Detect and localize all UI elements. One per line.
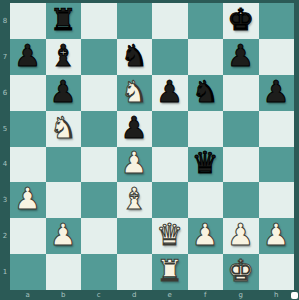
square-f5[interactable] bbox=[188, 111, 224, 147]
square-e5[interactable] bbox=[152, 111, 188, 147]
square-d1[interactable] bbox=[117, 254, 153, 290]
square-d2[interactable] bbox=[117, 218, 153, 254]
white-bishop-d3[interactable]: ♝ bbox=[121, 184, 148, 214]
square-g4[interactable] bbox=[223, 147, 259, 183]
rank-labels: 87654321 bbox=[0, 3, 10, 290]
square-b8[interactable]: ♜ bbox=[46, 3, 82, 39]
square-f4[interactable]: ♛ bbox=[188, 147, 224, 183]
square-h1[interactable] bbox=[259, 254, 295, 290]
square-b6[interactable]: ♟ bbox=[46, 75, 82, 111]
square-e1[interactable]: ♜ bbox=[152, 254, 188, 290]
rank-label-5: 5 bbox=[0, 111, 10, 147]
black-queen-f4[interactable]: ♛ bbox=[192, 148, 219, 178]
square-a8[interactable] bbox=[10, 3, 46, 39]
square-h3[interactable] bbox=[259, 182, 295, 218]
square-g3[interactable] bbox=[223, 182, 259, 218]
file-label-c: c bbox=[81, 290, 117, 300]
white-pawn-b2[interactable]: ♟ bbox=[50, 220, 77, 250]
square-a5[interactable] bbox=[10, 111, 46, 147]
white-knight-b5[interactable]: ♞ bbox=[50, 113, 77, 143]
square-a4[interactable] bbox=[10, 147, 46, 183]
square-g6[interactable] bbox=[223, 75, 259, 111]
chess-board[interactable]: ♜♚♟♝♞♟♟♞♟♞♟♞♟♟♛♟♝♟♛♟♟♟♜♚ bbox=[10, 3, 294, 290]
file-label-g: g bbox=[223, 290, 259, 300]
square-h6[interactable]: ♟ bbox=[259, 75, 295, 111]
square-d5[interactable]: ♟ bbox=[117, 111, 153, 147]
square-f2[interactable]: ♟ bbox=[188, 218, 224, 254]
square-c5[interactable] bbox=[81, 111, 117, 147]
square-c3[interactable] bbox=[81, 182, 117, 218]
white-pawn-g2[interactable]: ♟ bbox=[227, 220, 254, 250]
file-label-b: b bbox=[46, 290, 82, 300]
rank-label-2: 2 bbox=[0, 218, 10, 254]
square-c6[interactable] bbox=[81, 75, 117, 111]
rank-label-7: 7 bbox=[0, 39, 10, 75]
black-pawn-a7[interactable]: ♟ bbox=[14, 41, 41, 71]
square-e6[interactable]: ♟ bbox=[152, 75, 188, 111]
square-e3[interactable] bbox=[152, 182, 188, 218]
rank-label-4: 4 bbox=[0, 147, 10, 183]
square-a7[interactable]: ♟ bbox=[10, 39, 46, 75]
file-labels: abcdefgh bbox=[10, 290, 294, 300]
square-g8[interactable]: ♚ bbox=[223, 3, 259, 39]
white-pawn-d4[interactable]: ♟ bbox=[121, 148, 148, 178]
square-b5[interactable]: ♞ bbox=[46, 111, 82, 147]
white-knight-d6[interactable]: ♞ bbox=[121, 77, 148, 107]
square-e7[interactable] bbox=[152, 39, 188, 75]
black-rook-b8[interactable]: ♜ bbox=[50, 5, 77, 35]
square-b3[interactable] bbox=[46, 182, 82, 218]
square-f7[interactable] bbox=[188, 39, 224, 75]
square-b1[interactable] bbox=[46, 254, 82, 290]
square-g1[interactable]: ♚ bbox=[223, 254, 259, 290]
square-a3[interactable]: ♟ bbox=[10, 182, 46, 218]
file-label-e: e bbox=[152, 290, 188, 300]
square-c1[interactable] bbox=[81, 254, 117, 290]
square-a1[interactable] bbox=[10, 254, 46, 290]
square-b2[interactable]: ♟ bbox=[46, 218, 82, 254]
square-e2[interactable]: ♛ bbox=[152, 218, 188, 254]
white-rook-e1[interactable]: ♜ bbox=[156, 256, 183, 286]
white-queen-e2[interactable]: ♛ bbox=[156, 220, 183, 250]
square-h5[interactable] bbox=[259, 111, 295, 147]
square-b4[interactable] bbox=[46, 147, 82, 183]
square-g7[interactable]: ♟ bbox=[223, 39, 259, 75]
square-d3[interactable]: ♝ bbox=[117, 182, 153, 218]
file-label-d: d bbox=[117, 290, 153, 300]
square-c2[interactable] bbox=[81, 218, 117, 254]
black-pawn-e6[interactable]: ♟ bbox=[156, 77, 183, 107]
black-knight-d7[interactable]: ♞ bbox=[121, 41, 148, 71]
file-label-f: f bbox=[188, 290, 224, 300]
square-f3[interactable] bbox=[188, 182, 224, 218]
white-to-move-indicator bbox=[291, 292, 298, 299]
rank-label-3: 3 bbox=[0, 182, 10, 218]
white-pawn-f2[interactable]: ♟ bbox=[192, 220, 219, 250]
black-pawn-d5[interactable]: ♟ bbox=[121, 113, 148, 143]
square-f8[interactable] bbox=[188, 3, 224, 39]
white-pawn-h2[interactable]: ♟ bbox=[263, 220, 290, 250]
white-pawn-a3[interactable]: ♟ bbox=[14, 184, 41, 214]
black-pawn-g7[interactable]: ♟ bbox=[227, 41, 254, 71]
square-h2[interactable]: ♟ bbox=[259, 218, 295, 254]
square-b7[interactable]: ♝ bbox=[46, 39, 82, 75]
square-f6[interactable]: ♞ bbox=[188, 75, 224, 111]
square-h4[interactable] bbox=[259, 147, 295, 183]
square-e8[interactable] bbox=[152, 3, 188, 39]
rank-label-1: 1 bbox=[0, 254, 10, 290]
square-h8[interactable] bbox=[259, 3, 295, 39]
black-king-g8[interactable]: ♚ bbox=[227, 5, 254, 35]
square-a2[interactable] bbox=[10, 218, 46, 254]
square-c4[interactable] bbox=[81, 147, 117, 183]
square-c8[interactable] bbox=[81, 3, 117, 39]
square-f1[interactable] bbox=[188, 254, 224, 290]
black-pawn-b6[interactable]: ♟ bbox=[50, 77, 77, 107]
file-label-a: a bbox=[10, 290, 46, 300]
white-king-g1[interactable]: ♚ bbox=[227, 256, 254, 286]
rank-label-6: 6 bbox=[0, 75, 10, 111]
square-e4[interactable] bbox=[152, 147, 188, 183]
square-c7[interactable] bbox=[81, 39, 117, 75]
square-d7[interactable]: ♞ bbox=[117, 39, 153, 75]
square-a6[interactable] bbox=[10, 75, 46, 111]
rank-label-8: 8 bbox=[0, 3, 10, 39]
square-h7[interactable] bbox=[259, 39, 295, 75]
square-d6[interactable]: ♞ bbox=[117, 75, 153, 111]
file-label-h: h bbox=[259, 290, 295, 300]
square-d8[interactable] bbox=[117, 3, 153, 39]
square-d4[interactable]: ♟ bbox=[117, 147, 153, 183]
black-bishop-b7[interactable]: ♝ bbox=[50, 41, 77, 71]
square-g5[interactable] bbox=[223, 111, 259, 147]
square-g2[interactable]: ♟ bbox=[223, 218, 259, 254]
chess-board-frame: 87654321 ♜♚♟♝♞♟♟♞♟♞♟♞♟♟♛♟♝♟♛♟♟♟♜♚ abcdef… bbox=[0, 0, 299, 300]
black-pawn-h6[interactable]: ♟ bbox=[263, 77, 290, 107]
black-knight-f6[interactable]: ♞ bbox=[192, 77, 219, 107]
